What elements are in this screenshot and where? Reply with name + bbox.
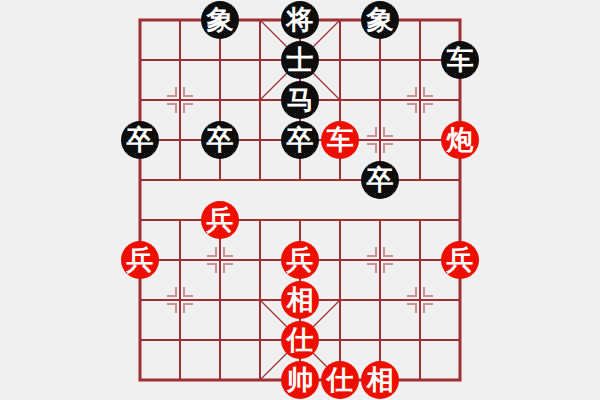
- piece-glyph: 车: [327, 121, 354, 159]
- piece-glyph: 卒: [127, 121, 154, 159]
- red-elephant[interactable]: 相: [281, 281, 319, 319]
- piece-glyph: 炮: [447, 121, 474, 159]
- piece-glyph: 象: [207, 1, 234, 39]
- piece-glyph: 相: [367, 361, 394, 399]
- black-soldier[interactable]: 卒: [121, 121, 159, 159]
- red-soldier[interactable]: 兵: [201, 201, 239, 239]
- piece-glyph: 卒: [207, 121, 234, 159]
- black-chariot[interactable]: 车: [441, 41, 479, 79]
- black-elephant[interactable]: 象: [361, 1, 399, 39]
- black-elephant[interactable]: 象: [201, 1, 239, 39]
- piece-glyph: 车: [447, 41, 474, 79]
- red-cannon[interactable]: 炮: [441, 121, 479, 159]
- piece-glyph: 兵: [207, 201, 234, 239]
- black-general[interactable]: 将: [281, 1, 319, 39]
- piece-glyph: 仕: [327, 361, 354, 399]
- black-advisor[interactable]: 士: [281, 41, 319, 79]
- pieces-layer: 象将象士车马卒卒卒车炮卒兵兵兵兵相仕帅仕相: [120, 0, 480, 400]
- xiangqi-app-screen: 象将象士车马卒卒卒车炮卒兵兵兵兵相仕帅仕相: [0, 0, 600, 400]
- piece-glyph: 将: [287, 1, 314, 39]
- red-elephant[interactable]: 相: [361, 361, 399, 399]
- black-horse[interactable]: 马: [281, 81, 319, 119]
- black-soldier[interactable]: 卒: [201, 121, 239, 159]
- red-soldier[interactable]: 兵: [121, 241, 159, 279]
- red-soldier[interactable]: 兵: [441, 241, 479, 279]
- red-soldier[interactable]: 兵: [281, 241, 319, 279]
- xiangqi-board: 象将象士车马卒卒卒车炮卒兵兵兵兵相仕帅仕相: [120, 0, 480, 400]
- red-advisor[interactable]: 仕: [321, 361, 359, 399]
- red-general[interactable]: 帅: [281, 361, 319, 399]
- black-soldier[interactable]: 卒: [361, 161, 399, 199]
- piece-glyph: 马: [287, 81, 314, 119]
- piece-glyph: 兵: [447, 241, 474, 279]
- piece-glyph: 仕: [287, 321, 314, 359]
- piece-glyph: 相: [287, 281, 314, 319]
- piece-glyph: 帅: [287, 361, 314, 399]
- piece-glyph: 士: [287, 41, 314, 79]
- red-advisor[interactable]: 仕: [281, 321, 319, 359]
- piece-glyph: 卒: [367, 161, 394, 199]
- piece-glyph: 兵: [127, 241, 154, 279]
- red-chariot[interactable]: 车: [321, 121, 359, 159]
- piece-glyph: 兵: [287, 241, 314, 279]
- piece-glyph: 象: [367, 1, 394, 39]
- piece-glyph: 卒: [287, 121, 314, 159]
- black-soldier[interactable]: 卒: [281, 121, 319, 159]
